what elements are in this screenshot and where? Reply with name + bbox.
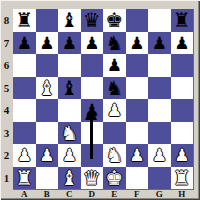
square-c2[interactable]: ♟ [58, 144, 81, 167]
square-c8[interactable]: ♝ [58, 9, 81, 32]
rank-label-8: 8 [1, 9, 12, 32]
square-h1[interactable]: ♜ [171, 167, 194, 190]
square-g4[interactable] [148, 99, 171, 122]
square-f2[interactable]: ♟ [126, 144, 149, 167]
piece-white-pawn-b2[interactable]: ♟ [39, 144, 54, 166]
square-a7[interactable]: ♟ [13, 32, 36, 55]
piece-black-rook-a8[interactable]: ♜ [15, 9, 33, 31]
piece-white-pawn-e4[interactable]: ♟ [107, 99, 122, 121]
square-a8[interactable]: ♜ [13, 9, 36, 32]
piece-white-bishop-c1[interactable]: ♝ [60, 167, 78, 189]
file-label-D: D [81, 188, 104, 200]
square-f8[interactable] [126, 9, 149, 32]
square-e1[interactable]: ♚ [103, 167, 126, 190]
square-f5[interactable] [126, 77, 149, 100]
square-a6[interactable] [13, 54, 36, 77]
piece-black-pawn-h7[interactable]: ♟ [174, 32, 189, 54]
square-b6[interactable] [36, 54, 59, 77]
square-g1[interactable] [148, 167, 171, 190]
square-h5[interactable] [171, 77, 194, 100]
file-label-G: G [148, 188, 171, 200]
chess-board: ♜♝♛♚♜♟♟♟♟♞♟♟♟♟♝♝♞♟♟♞♟♟♟♞♟♟♟♜♝♛♚♜ [13, 9, 194, 190]
square-f3[interactable] [126, 122, 149, 145]
piece-black-pawn-b7[interactable]: ♟ [39, 32, 54, 54]
piece-black-bishop-c5[interactable]: ♝ [60, 77, 78, 99]
square-e3[interactable] [103, 122, 126, 145]
square-b2[interactable]: ♟ [36, 144, 59, 167]
square-c6[interactable] [58, 54, 81, 77]
square-c7[interactable]: ♟ [58, 32, 81, 55]
piece-white-knight-c3[interactable]: ♞ [60, 122, 78, 144]
square-a3[interactable] [13, 122, 36, 145]
square-d5[interactable] [81, 77, 104, 100]
square-g8[interactable] [148, 9, 171, 32]
square-g5[interactable] [148, 77, 171, 100]
piece-black-knight-e7[interactable]: ♞ [105, 32, 123, 54]
piece-white-bishop-b5[interactable]: ♝ [38, 77, 56, 99]
square-f6[interactable] [126, 54, 149, 77]
piece-black-rook-h8[interactable]: ♜ [173, 9, 191, 31]
square-h4[interactable] [171, 99, 194, 122]
square-d8[interactable]: ♛ [81, 9, 104, 32]
chess-diagram: ♜♝♛♚♜♟♟♟♟♞♟♟♟♟♝♝♞♟♟♞♟♟♟♞♟♟♟♜♝♛♚♜ 8765432… [0, 0, 200, 200]
square-b7[interactable]: ♟ [36, 32, 59, 55]
piece-white-rook-h1[interactable]: ♜ [173, 167, 191, 189]
rank-label-6: 6 [1, 54, 12, 77]
square-g7[interactable]: ♟ [148, 32, 171, 55]
piece-black-pawn-d7[interactable]: ♟ [84, 32, 99, 54]
square-h6[interactable] [171, 54, 194, 77]
rank-label-7: 7 [1, 32, 12, 55]
piece-white-rook-a1[interactable]: ♜ [15, 167, 33, 189]
piece-white-knight-e2[interactable]: ♞ [105, 144, 123, 166]
square-d1[interactable]: ♛ [81, 167, 104, 190]
rank-label-3: 3 [1, 122, 12, 145]
rank-label-5: 5 [1, 77, 12, 100]
square-b5[interactable]: ♝ [36, 77, 59, 100]
square-h3[interactable] [171, 122, 194, 145]
square-c5[interactable]: ♝ [58, 77, 81, 100]
piece-white-queen-d1[interactable]: ♛ [83, 167, 101, 189]
square-e5[interactable]: ♞ [103, 77, 126, 100]
file-label-C: C [58, 188, 81, 200]
square-g3[interactable] [148, 122, 171, 145]
piece-white-pawn-h2[interactable]: ♟ [174, 144, 189, 166]
square-e7[interactable]: ♞ [103, 32, 126, 55]
piece-black-pawn-c7[interactable]: ♟ [62, 32, 77, 54]
piece-white-pawn-a2[interactable]: ♟ [17, 144, 32, 166]
square-d7[interactable]: ♟ [81, 32, 104, 55]
square-f4[interactable] [126, 99, 149, 122]
square-b8[interactable] [36, 9, 59, 32]
piece-black-bishop-c8[interactable]: ♝ [60, 9, 78, 31]
square-e6[interactable]: ♟ [103, 54, 126, 77]
square-e8[interactable]: ♚ [103, 9, 126, 32]
piece-white-pawn-c2[interactable]: ♟ [62, 144, 77, 166]
square-b4[interactable] [36, 99, 59, 122]
square-d6[interactable] [81, 54, 104, 77]
file-label-A: A [13, 188, 36, 200]
file-label-H: H [171, 188, 194, 200]
rank-label-4: 4 [1, 99, 12, 122]
square-a1[interactable]: ♜ [13, 167, 36, 190]
move-arrow-shaft [90, 119, 93, 159]
file-label-F: F [126, 188, 149, 200]
square-c1[interactable]: ♝ [58, 167, 81, 190]
piece-black-pawn-g7[interactable]: ♟ [152, 32, 167, 54]
piece-black-pawn-f7[interactable]: ♟ [129, 32, 144, 54]
rank-label-1: 1 [1, 167, 12, 190]
square-c3[interactable]: ♞ [58, 122, 81, 145]
rank-label-2: 2 [1, 144, 12, 167]
square-h7[interactable]: ♟ [171, 32, 194, 55]
square-e2[interactable]: ♞ [103, 144, 126, 167]
square-a2[interactable]: ♟ [13, 144, 36, 167]
square-g2[interactable]: ♟ [148, 144, 171, 167]
piece-black-knight-e5[interactable]: ♞ [105, 77, 123, 99]
square-a4[interactable] [13, 99, 36, 122]
square-c4[interactable] [58, 99, 81, 122]
square-g6[interactable] [148, 54, 171, 77]
square-a5[interactable] [13, 77, 36, 100]
square-b3[interactable] [36, 122, 59, 145]
piece-black-pawn-a7[interactable]: ♟ [17, 32, 32, 54]
piece-black-king-e8[interactable]: ♚ [105, 9, 123, 31]
piece-white-king-e1[interactable]: ♚ [105, 167, 123, 189]
square-f7[interactable]: ♟ [126, 32, 149, 55]
square-h2[interactable]: ♟ [171, 144, 194, 167]
square-b1[interactable] [36, 167, 59, 190]
square-e4[interactable]: ♟ [103, 99, 126, 122]
piece-white-pawn-f2[interactable]: ♟ [129, 144, 144, 166]
square-f1[interactable] [126, 167, 149, 190]
piece-black-queen-d8[interactable]: ♛ [83, 9, 101, 31]
piece-black-pawn-e6[interactable]: ♟ [107, 54, 122, 76]
file-label-E: E [103, 188, 126, 200]
square-h8[interactable]: ♜ [171, 9, 194, 32]
file-label-B: B [36, 188, 59, 200]
piece-white-pawn-g2[interactable]: ♟ [152, 144, 167, 166]
